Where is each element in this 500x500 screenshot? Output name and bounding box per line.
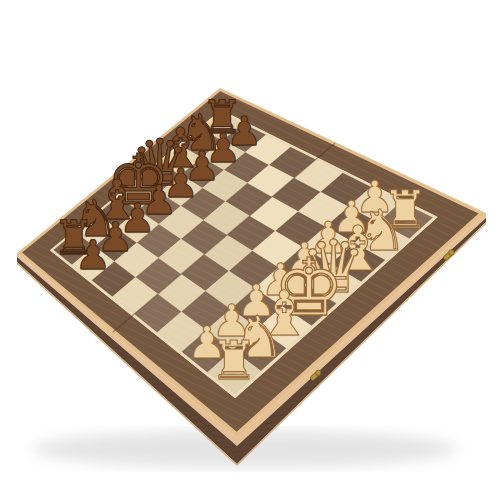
product-photo-canvas: ♜♟♞♟♝♟♛♟♚♟♟♝♜♟♟♞♞♟♟♜♝♟♟♛♟♚♟♝♟♞♟♜ [0, 0, 500, 500]
chess-board [0, 0, 500, 500]
board-grain-overlay [17, 88, 486, 438]
